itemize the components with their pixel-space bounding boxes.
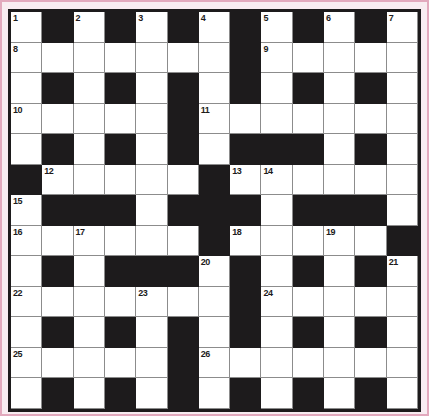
- black-cell-r1c6: [168, 12, 199, 43]
- white-cell-r5c5[interactable]: [136, 134, 167, 165]
- white-cell-r7c1[interactable]: 15: [11, 195, 42, 226]
- white-cell-r13c5[interactable]: [136, 378, 167, 409]
- white-cell-r12c8[interactable]: [230, 348, 261, 379]
- white-cell-r6c13[interactable]: [387, 165, 418, 196]
- white-cell-r6c4[interactable]: [105, 165, 136, 196]
- black-cell-r5c2: [42, 134, 73, 165]
- white-cell-r6c3[interactable]: [74, 165, 105, 196]
- black-cell-r7c7: [199, 195, 230, 226]
- white-cell-r4c3[interactable]: [74, 104, 105, 135]
- white-cell-r12c13[interactable]: [387, 348, 418, 379]
- clue-number-6: 6: [326, 13, 331, 23]
- white-cell-r3c3[interactable]: [74, 73, 105, 104]
- white-cell-r3c7[interactable]: [199, 73, 230, 104]
- white-cell-r11c7[interactable]: [199, 317, 230, 348]
- white-cell-r12c11[interactable]: [324, 348, 355, 379]
- black-cell-r7c8: [230, 195, 261, 226]
- crossword-page: 1234567891011121314151617181920212223242…: [0, 0, 429, 416]
- black-cell-r5c4: [105, 134, 136, 165]
- white-cell-r11c1[interactable]: [11, 317, 42, 348]
- white-cell-r13c3[interactable]: [74, 378, 105, 409]
- clue-number-14: 14: [263, 166, 272, 176]
- white-cell-r6c9[interactable]: 14: [261, 165, 292, 196]
- white-cell-r10c11[interactable]: [324, 287, 355, 318]
- white-cell-r10c12[interactable]: [355, 287, 386, 318]
- white-cell-r12c1[interactable]: 25: [11, 348, 42, 379]
- white-cell-r11c5[interactable]: [136, 317, 167, 348]
- white-cell-r2c6[interactable]: [168, 43, 199, 74]
- white-cell-r4c10[interactable]: [293, 104, 324, 135]
- white-cell-r10c9[interactable]: 24: [261, 287, 292, 318]
- black-cell-r7c3: [74, 195, 105, 226]
- white-cell-r13c11[interactable]: [324, 378, 355, 409]
- clue-number-10: 10: [13, 105, 22, 115]
- clue-number-24: 24: [263, 288, 272, 298]
- white-cell-r13c7[interactable]: [199, 378, 230, 409]
- clue-number-18: 18: [232, 227, 241, 237]
- white-cell-r4c9[interactable]: [261, 104, 292, 135]
- white-cell-r3c13[interactable]: [387, 73, 418, 104]
- white-cell-r11c13[interactable]: [387, 317, 418, 348]
- black-cell-r9c6: [168, 256, 199, 287]
- white-cell-r3c9[interactable]: [261, 73, 292, 104]
- white-cell-r10c13[interactable]: [387, 287, 418, 318]
- black-cell-r5c6: [168, 134, 199, 165]
- white-cell-r11c11[interactable]: [324, 317, 355, 348]
- clue-number-11: 11: [201, 105, 210, 115]
- white-cell-r3c11[interactable]: [324, 73, 355, 104]
- white-cell-r1c7[interactable]: 4: [199, 12, 230, 43]
- black-cell-r6c1: [11, 165, 42, 196]
- white-cell-r12c7[interactable]: 26: [199, 348, 230, 379]
- white-cell-r10c10[interactable]: [293, 287, 324, 318]
- black-cell-r11c8: [230, 317, 261, 348]
- black-cell-r1c4: [105, 12, 136, 43]
- clue-number-7: 7: [389, 13, 394, 23]
- black-cell-r11c10: [293, 317, 324, 348]
- white-cell-r8c6[interactable]: [168, 226, 199, 257]
- clue-number-5: 5: [263, 13, 268, 23]
- black-cell-r9c10: [293, 256, 324, 287]
- black-cell-r3c2: [42, 73, 73, 104]
- white-cell-r9c3[interactable]: [74, 256, 105, 287]
- black-cell-r5c12: [355, 134, 386, 165]
- black-cell-r3c10: [293, 73, 324, 104]
- black-cell-r3c8: [230, 73, 261, 104]
- white-cell-r8c8[interactable]: 18: [230, 226, 261, 257]
- black-cell-r13c6: [168, 378, 199, 409]
- white-cell-r11c3[interactable]: [74, 317, 105, 348]
- black-cell-r11c2: [42, 317, 73, 348]
- white-cell-r5c3[interactable]: [74, 134, 105, 165]
- black-cell-r5c10: [293, 134, 324, 165]
- black-cell-r9c5: [136, 256, 167, 287]
- white-cell-r6c5[interactable]: [136, 165, 167, 196]
- black-cell-r7c4: [105, 195, 136, 226]
- white-cell-r1c1[interactable]: 1: [11, 12, 42, 43]
- white-cell-r13c1[interactable]: [11, 378, 42, 409]
- clue-number-19: 19: [326, 227, 335, 237]
- black-cell-r7c2: [42, 195, 73, 226]
- black-cell-r11c4: [105, 317, 136, 348]
- white-cell-r4c5[interactable]: [136, 104, 167, 135]
- white-cell-r2c12[interactable]: [355, 43, 386, 74]
- white-cell-r7c5[interactable]: [136, 195, 167, 226]
- white-cell-r4c13[interactable]: [387, 104, 418, 135]
- black-cell-r5c8: [230, 134, 261, 165]
- black-cell-r3c4: [105, 73, 136, 104]
- white-cell-r10c6[interactable]: [168, 287, 199, 318]
- white-cell-r4c7[interactable]: 11: [199, 104, 230, 135]
- clue-number-20: 20: [201, 257, 210, 267]
- white-cell-r1c9[interactable]: 5: [261, 12, 292, 43]
- white-cell-r8c5[interactable]: [136, 226, 167, 257]
- clue-number-21: 21: [389, 257, 398, 267]
- white-cell-r9c7[interactable]: 20: [199, 256, 230, 287]
- black-cell-r13c10: [293, 378, 324, 409]
- white-cell-r12c2[interactable]: [42, 348, 73, 379]
- white-cell-r10c2[interactable]: [42, 287, 73, 318]
- clue-number-12: 12: [44, 166, 53, 176]
- white-cell-r6c10[interactable]: [293, 165, 324, 196]
- white-cell-r3c5[interactable]: [136, 73, 167, 104]
- white-cell-r10c4[interactable]: [105, 287, 136, 318]
- white-cell-r1c11[interactable]: 6: [324, 12, 355, 43]
- white-cell-r12c9[interactable]: [261, 348, 292, 379]
- white-cell-r12c5[interactable]: [136, 348, 167, 379]
- white-cell-r9c1[interactable]: [11, 256, 42, 287]
- black-cell-r1c10: [293, 12, 324, 43]
- black-cell-r7c11: [324, 195, 355, 226]
- white-cell-r2c2[interactable]: [42, 43, 73, 74]
- white-cell-r12c4[interactable]: [105, 348, 136, 379]
- white-cell-r5c13[interactable]: [387, 134, 418, 165]
- white-cell-r8c12[interactable]: [355, 226, 386, 257]
- white-cell-r8c2[interactable]: [42, 226, 73, 257]
- white-cell-r6c8[interactable]: 13: [230, 165, 261, 196]
- black-cell-r3c12: [355, 73, 386, 104]
- white-cell-r12c12[interactable]: [355, 348, 386, 379]
- clue-number-16: 16: [13, 227, 22, 237]
- black-cell-r7c6: [168, 195, 199, 226]
- clue-number-4: 4: [201, 13, 206, 23]
- white-cell-r2c13[interactable]: [387, 43, 418, 74]
- white-cell-r4c2[interactable]: [42, 104, 73, 135]
- black-cell-r9c2: [42, 256, 73, 287]
- clue-number-22: 22: [13, 288, 22, 298]
- black-cell-r11c6: [168, 317, 199, 348]
- black-cell-r13c2: [42, 378, 73, 409]
- clue-number-8: 8: [13, 44, 18, 54]
- white-cell-r12c10[interactable]: [293, 348, 324, 379]
- white-cell-r9c11[interactable]: [324, 256, 355, 287]
- white-cell-r10c7[interactable]: [199, 287, 230, 318]
- white-cell-r2c9[interactable]: 9: [261, 43, 292, 74]
- white-cell-r2c7[interactable]: [199, 43, 230, 74]
- white-cell-r5c1[interactable]: [11, 134, 42, 165]
- white-cell-r8c4[interactable]: [105, 226, 136, 257]
- black-cell-r9c4: [105, 256, 136, 287]
- white-cell-r2c11[interactable]: [324, 43, 355, 74]
- black-cell-r9c12: [355, 256, 386, 287]
- white-cell-r8c3[interactable]: 17: [74, 226, 105, 257]
- white-cell-r6c11[interactable]: [324, 165, 355, 196]
- black-cell-r13c8: [230, 378, 261, 409]
- black-cell-r9c8: [230, 256, 261, 287]
- crossword-grid: 1234567891011121314151617181920212223242…: [8, 9, 421, 412]
- clue-number-26: 26: [201, 349, 210, 359]
- white-cell-r1c5[interactable]: 3: [136, 12, 167, 43]
- black-cell-r12c6: [168, 348, 199, 379]
- white-cell-r6c12[interactable]: [355, 165, 386, 196]
- white-cell-r2c3[interactable]: [74, 43, 105, 74]
- white-cell-r12c3[interactable]: [74, 348, 105, 379]
- black-cell-r6c7: [199, 165, 230, 196]
- white-cell-r7c13[interactable]: [387, 195, 418, 226]
- black-cell-r3c6: [168, 73, 199, 104]
- white-cell-r9c9[interactable]: [261, 256, 292, 287]
- white-cell-r10c3[interactable]: [74, 287, 105, 318]
- white-cell-r8c1[interactable]: 16: [11, 226, 42, 257]
- white-cell-r10c5[interactable]: 23: [136, 287, 167, 318]
- black-cell-r1c2: [42, 12, 73, 43]
- black-cell-r5c9: [261, 134, 292, 165]
- white-cell-r2c4[interactable]: [105, 43, 136, 74]
- white-cell-r8c9[interactable]: [261, 226, 292, 257]
- white-cell-r13c13[interactable]: [387, 378, 418, 409]
- white-cell-r2c1[interactable]: 8: [11, 43, 42, 74]
- clue-number-15: 15: [13, 196, 22, 206]
- white-cell-r8c10[interactable]: [293, 226, 324, 257]
- black-cell-r13c12: [355, 378, 386, 409]
- clue-number-13: 13: [232, 166, 241, 176]
- white-cell-r4c1[interactable]: 10: [11, 104, 42, 135]
- black-cell-r2c8: [230, 43, 261, 74]
- black-cell-r13c4: [105, 378, 136, 409]
- white-cell-r11c9[interactable]: [261, 317, 292, 348]
- white-cell-r2c5[interactable]: [136, 43, 167, 74]
- white-cell-r5c11[interactable]: [324, 134, 355, 165]
- black-cell-r8c7: [199, 226, 230, 257]
- white-cell-r1c13[interactable]: 7: [387, 12, 418, 43]
- black-cell-r7c12: [355, 195, 386, 226]
- white-cell-r4c12[interactable]: [355, 104, 386, 135]
- clue-number-1: 1: [13, 13, 18, 23]
- white-cell-r13c9[interactable]: [261, 378, 292, 409]
- clue-number-25: 25: [13, 349, 22, 359]
- black-cell-r1c8: [230, 12, 261, 43]
- clue-number-3: 3: [138, 13, 143, 23]
- clue-number-2: 2: [76, 13, 81, 23]
- white-cell-r9c13[interactable]: 21: [387, 256, 418, 287]
- white-cell-r4c4[interactable]: [105, 104, 136, 135]
- white-cell-r4c8[interactable]: [230, 104, 261, 135]
- clue-number-17: 17: [76, 227, 85, 237]
- clue-number-23: 23: [138, 288, 147, 298]
- white-cell-r3c1[interactable]: [11, 73, 42, 104]
- white-cell-r7c9[interactable]: [261, 195, 292, 226]
- black-cell-r4c6: [168, 104, 199, 135]
- black-cell-r8c13: [387, 226, 418, 257]
- white-cell-r2c10[interactable]: [293, 43, 324, 74]
- white-cell-r1c3[interactable]: 2: [74, 12, 105, 43]
- white-cell-r4c11[interactable]: [324, 104, 355, 135]
- clue-number-9: 9: [263, 44, 268, 54]
- black-cell-r11c12: [355, 317, 386, 348]
- white-cell-r8c11[interactable]: 19: [324, 226, 355, 257]
- white-cell-r5c7[interactable]: [199, 134, 230, 165]
- black-cell-r1c12: [355, 12, 386, 43]
- white-cell-r10c1[interactable]: 22: [11, 287, 42, 318]
- black-cell-r10c8: [230, 287, 261, 318]
- white-cell-r6c2[interactable]: 12: [42, 165, 73, 196]
- black-cell-r7c10: [293, 195, 324, 226]
- white-cell-r6c6[interactable]: [168, 165, 199, 196]
